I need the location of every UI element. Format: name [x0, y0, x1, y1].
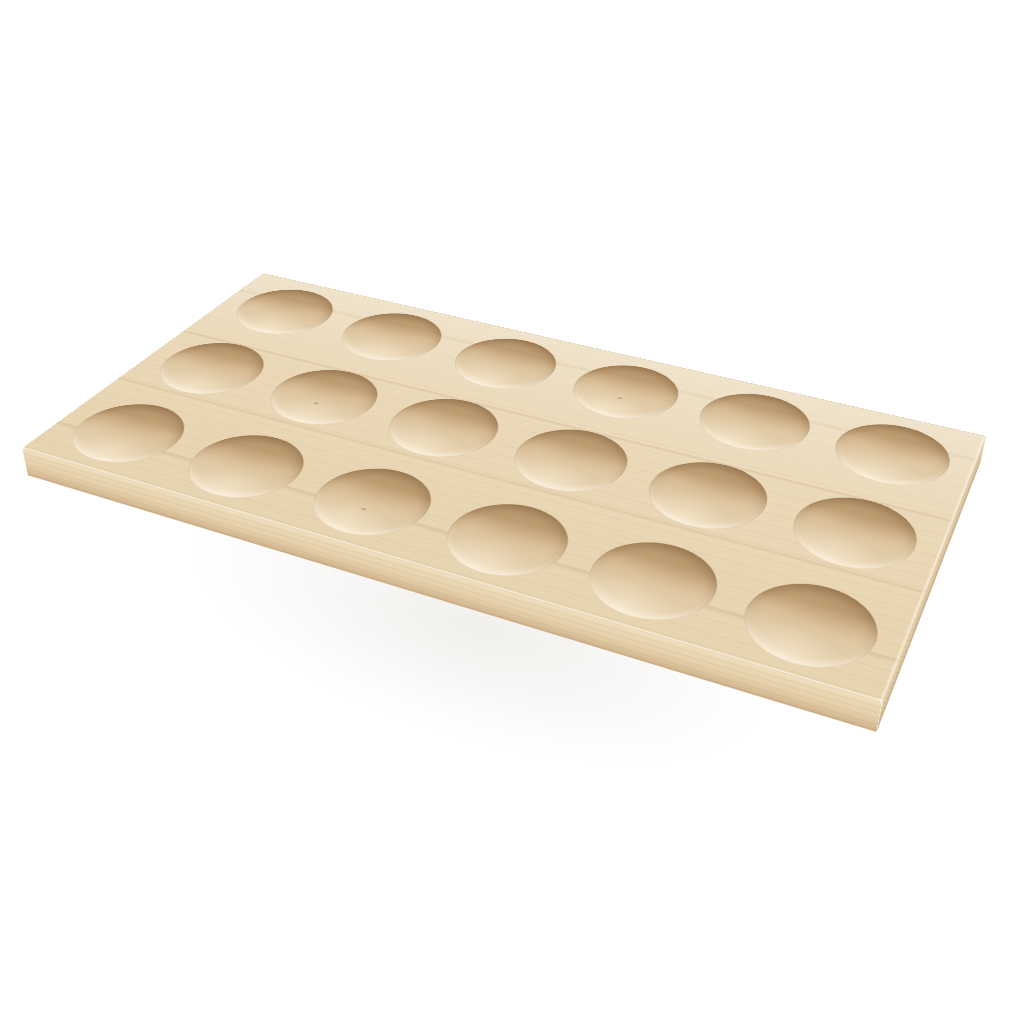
pit-r2c3[interactable] — [369, 390, 516, 467]
pit-r3c2[interactable] — [166, 426, 325, 509]
product-photo-scene — [0, 0, 1024, 1024]
pit-r2c4[interactable] — [496, 420, 644, 502]
pit-r2c6[interactable] — [778, 487, 928, 582]
pit-r1c2[interactable] — [324, 306, 458, 369]
pit-r2c2[interactable] — [250, 362, 395, 434]
pit-r1c4[interactable] — [557, 357, 693, 428]
pit-r3c1[interactable] — [49, 395, 206, 473]
pit-r1c1[interactable] — [218, 283, 351, 342]
pit-r1c6[interactable] — [822, 415, 960, 496]
pit-r1c3[interactable] — [437, 331, 572, 398]
pit-r1c5[interactable] — [685, 385, 822, 461]
pit-r2c5[interactable] — [632, 452, 781, 540]
